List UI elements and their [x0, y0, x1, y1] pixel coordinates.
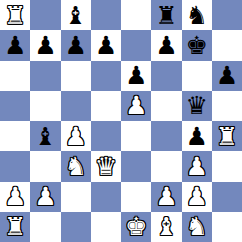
square-c3[interactable]: ♞	[61, 151, 91, 181]
piece-white-pawn[interactable]: ♟	[185, 184, 207, 209]
square-f7[interactable]: ♟	[151, 30, 181, 60]
piece-black-rook[interactable]: ♜	[155, 3, 177, 28]
square-g4[interactable]: ♟	[182, 121, 212, 151]
piece-black-pawn[interactable]: ♟	[216, 63, 238, 88]
square-a2[interactable]: ♟	[0, 182, 30, 212]
square-d5[interactable]	[91, 91, 121, 121]
square-a1[interactable]: ♜	[0, 212, 30, 242]
square-a7[interactable]: ♟	[0, 30, 30, 60]
square-b6[interactable]	[30, 61, 60, 91]
square-c1[interactable]	[61, 212, 91, 242]
piece-black-queen[interactable]: ♛	[185, 93, 207, 118]
square-b5[interactable]	[30, 91, 60, 121]
square-f1[interactable]: ♝	[151, 212, 181, 242]
piece-white-knight[interactable]: ♞	[64, 154, 86, 179]
piece-white-rook[interactable]: ♜	[4, 214, 26, 239]
square-c2[interactable]	[61, 182, 91, 212]
square-f3[interactable]	[151, 151, 181, 181]
square-h4[interactable]: ♜	[212, 121, 242, 151]
square-d7[interactable]: ♟	[91, 30, 121, 60]
square-h8[interactable]	[212, 0, 242, 30]
square-h6[interactable]: ♟	[212, 61, 242, 91]
piece-white-rook[interactable]: ♜	[4, 3, 26, 28]
piece-white-pawn[interactable]: ♟	[155, 184, 177, 209]
square-h5[interactable]	[212, 91, 242, 121]
square-e6[interactable]: ♟	[121, 61, 151, 91]
piece-black-pawn[interactable]: ♟	[34, 33, 56, 58]
square-a5[interactable]	[0, 91, 30, 121]
piece-black-pawn[interactable]: ♟	[4, 33, 26, 58]
square-e7[interactable]	[121, 30, 151, 60]
square-b4[interactable]: ♝	[30, 121, 60, 151]
piece-black-bishop[interactable]: ♝	[34, 124, 56, 149]
piece-black-pawn[interactable]: ♟	[95, 33, 117, 58]
square-f2[interactable]: ♟	[151, 182, 181, 212]
square-f4[interactable]	[151, 121, 181, 151]
square-d6[interactable]	[91, 61, 121, 91]
square-f6[interactable]	[151, 61, 181, 91]
piece-white-bishop[interactable]: ♝	[155, 214, 177, 239]
piece-white-pawn[interactable]: ♟	[34, 184, 56, 209]
square-e2[interactable]	[121, 182, 151, 212]
square-h1[interactable]	[212, 212, 242, 242]
square-a8[interactable]: ♜	[0, 0, 30, 30]
square-c6[interactable]	[61, 61, 91, 91]
piece-white-rook[interactable]: ♜	[216, 124, 238, 149]
square-c7[interactable]: ♟	[61, 30, 91, 60]
piece-white-pawn[interactable]: ♟	[125, 93, 147, 118]
square-c8[interactable]: ♝	[61, 0, 91, 30]
piece-black-bishop[interactable]: ♝	[64, 3, 86, 28]
piece-white-pawn[interactable]: ♟	[185, 154, 207, 179]
piece-black-pawn[interactable]: ♟	[125, 63, 147, 88]
square-e4[interactable]	[121, 121, 151, 151]
square-f8[interactable]: ♜	[151, 0, 181, 30]
square-d3[interactable]: ♛	[91, 151, 121, 181]
piece-white-pawn[interactable]: ♟	[4, 184, 26, 209]
square-b1[interactable]	[30, 212, 60, 242]
square-a3[interactable]	[0, 151, 30, 181]
square-f5[interactable]	[151, 91, 181, 121]
square-g8[interactable]: ♞	[182, 0, 212, 30]
square-h7[interactable]	[212, 30, 242, 60]
square-g5[interactable]: ♛	[182, 91, 212, 121]
chess-board: ♜♝♜♞♟♟♟♟♟♚♟♟♟♛♝♟♟♜♞♛♟♟♟♟♟♜♚♝♞	[0, 0, 242, 242]
square-b3[interactable]	[30, 151, 60, 181]
piece-white-king[interactable]: ♚	[125, 214, 147, 239]
square-g2[interactable]: ♟	[182, 182, 212, 212]
square-e5[interactable]: ♟	[121, 91, 151, 121]
piece-black-pawn[interactable]: ♟	[155, 33, 177, 58]
piece-black-knight[interactable]: ♞	[185, 3, 207, 28]
piece-black-pawn[interactable]: ♟	[64, 33, 86, 58]
square-e1[interactable]: ♚	[121, 212, 151, 242]
square-g3[interactable]: ♟	[182, 151, 212, 181]
square-d2[interactable]	[91, 182, 121, 212]
piece-white-knight[interactable]: ♞	[185, 214, 207, 239]
square-b2[interactable]: ♟	[30, 182, 60, 212]
square-h3[interactable]	[212, 151, 242, 181]
square-a4[interactable]	[0, 121, 30, 151]
square-g6[interactable]	[182, 61, 212, 91]
square-d1[interactable]	[91, 212, 121, 242]
square-d8[interactable]	[91, 0, 121, 30]
square-e3[interactable]	[121, 151, 151, 181]
piece-black-pawn[interactable]: ♟	[185, 124, 207, 149]
square-h2[interactable]	[212, 182, 242, 212]
piece-black-king[interactable]: ♚	[185, 33, 207, 58]
piece-white-pawn[interactable]: ♟	[64, 124, 86, 149]
square-b8[interactable]	[30, 0, 60, 30]
square-c4[interactable]: ♟	[61, 121, 91, 151]
square-b7[interactable]: ♟	[30, 30, 60, 60]
square-g1[interactable]: ♞	[182, 212, 212, 242]
square-e8[interactable]	[121, 0, 151, 30]
square-c5[interactable]	[61, 91, 91, 121]
square-g7[interactable]: ♚	[182, 30, 212, 60]
piece-white-queen[interactable]: ♛	[95, 154, 117, 179]
square-d4[interactable]	[91, 121, 121, 151]
square-a6[interactable]	[0, 61, 30, 91]
